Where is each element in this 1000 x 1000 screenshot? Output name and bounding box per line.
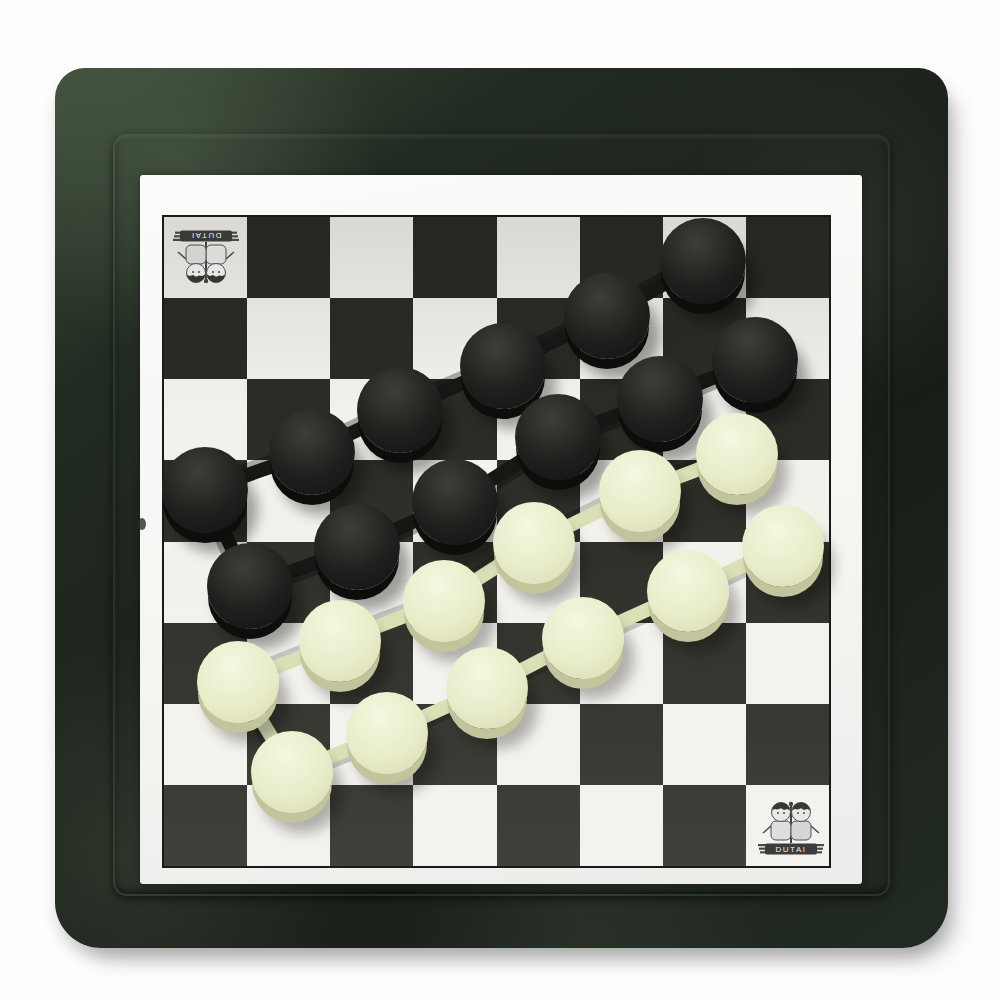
- white-checker-b2[interactable]: [251, 731, 333, 813]
- product-photo-stage: DUTAI DUTAI: [0, 0, 1000, 1000]
- black-checker-h7[interactable]: [712, 317, 798, 403]
- white-checker-c3[interactable]: [299, 600, 381, 682]
- white-checker-g4[interactable]: [647, 550, 729, 632]
- black-checker-g8[interactable]: [660, 218, 746, 304]
- black-checker-b4[interactable]: [207, 543, 293, 629]
- white-checker-f5[interactable]: [599, 450, 681, 532]
- black-checker-f7[interactable]: [564, 273, 650, 359]
- black-checker-f6[interactable]: [617, 356, 703, 442]
- black-checker-e7[interactable]: [460, 323, 546, 409]
- white-checker-f3[interactable]: [542, 597, 624, 679]
- white-checker-c2[interactable]: [346, 692, 428, 774]
- white-checker-e4[interactable]: [493, 502, 575, 584]
- piece-layer: [0, 0, 1000, 1000]
- black-checker-d5[interactable]: [412, 459, 498, 545]
- black-checker-a5[interactable]: [162, 447, 248, 533]
- white-checker-d3[interactable]: [446, 647, 528, 729]
- black-checker-e6[interactable]: [515, 394, 601, 480]
- black-checker-c6[interactable]: [357, 367, 443, 453]
- black-checker-c4[interactable]: [314, 504, 400, 590]
- white-checker-a3[interactable]: [197, 641, 279, 723]
- white-checker-g6[interactable]: [696, 413, 778, 495]
- white-checker-h4[interactable]: [742, 505, 824, 587]
- black-checker-b6[interactable]: [269, 409, 355, 495]
- white-checker-d4[interactable]: [403, 560, 485, 642]
